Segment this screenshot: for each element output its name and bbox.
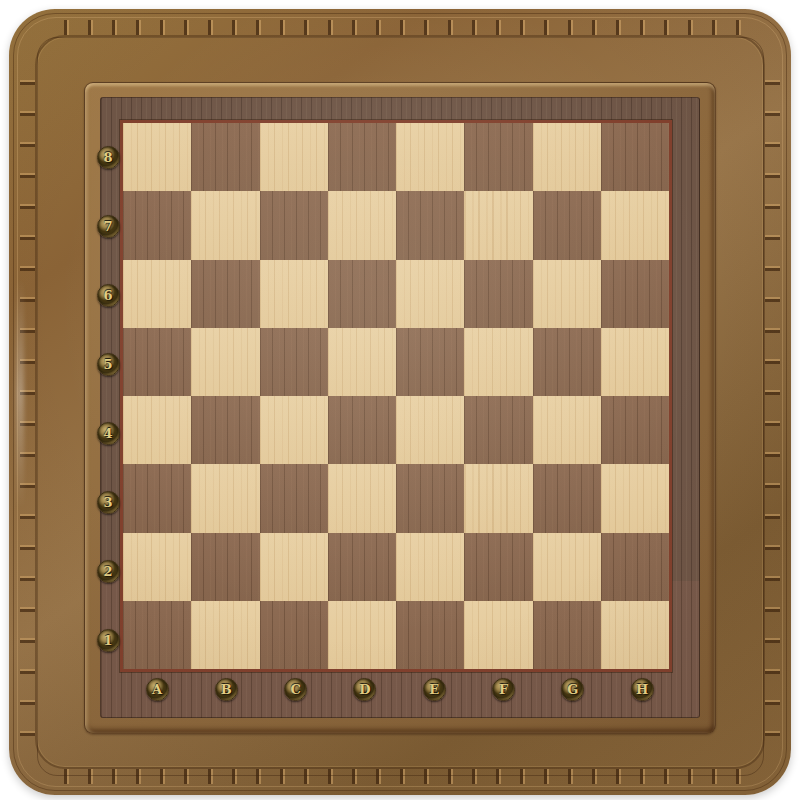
- light-glare: [16, 279, 24, 509]
- square-g8[interactable]: [533, 123, 601, 191]
- square-e5[interactable]: [396, 328, 464, 396]
- rank-medallion-3: 3: [97, 491, 120, 514]
- square-h5[interactable]: [601, 328, 669, 396]
- square-h1[interactable]: [601, 601, 669, 669]
- square-e3[interactable]: [396, 464, 464, 532]
- square-d7[interactable]: [328, 191, 396, 259]
- square-h3[interactable]: [601, 464, 669, 532]
- file-medallion-g: G: [561, 678, 584, 701]
- square-g2[interactable]: [533, 533, 601, 601]
- square-f8[interactable]: [464, 123, 532, 191]
- rank-medallion-2: 2: [97, 560, 120, 583]
- square-d1[interactable]: [328, 601, 396, 669]
- square-g3[interactable]: [533, 464, 601, 532]
- square-e1[interactable]: [396, 601, 464, 669]
- file-medallion-f: F: [492, 678, 515, 701]
- square-g5[interactable]: [533, 328, 601, 396]
- file-medallion-c: C: [284, 678, 307, 701]
- square-f2[interactable]: [464, 533, 532, 601]
- rank-medallion-4: 4: [97, 422, 120, 445]
- square-c3[interactable]: [260, 464, 328, 532]
- square-a2[interactable]: [123, 533, 191, 601]
- square-a3[interactable]: [123, 464, 191, 532]
- square-b1[interactable]: [191, 601, 259, 669]
- rank-medallion-1: 1: [97, 629, 120, 652]
- square-c1[interactable]: [260, 601, 328, 669]
- file-medallion-e: E: [423, 678, 446, 701]
- square-a1[interactable]: [123, 601, 191, 669]
- square-g4[interactable]: [533, 396, 601, 464]
- square-d5[interactable]: [328, 328, 396, 396]
- square-h6[interactable]: [601, 260, 669, 328]
- file-medallion-h: H: [631, 678, 654, 701]
- square-c4[interactable]: [260, 396, 328, 464]
- rank-medallion-7: 7: [97, 215, 120, 238]
- square-f1[interactable]: [464, 601, 532, 669]
- square-f7[interactable]: [464, 191, 532, 259]
- rank-medallion-6: 6: [97, 284, 120, 307]
- square-a7[interactable]: [123, 191, 191, 259]
- square-b3[interactable]: [191, 464, 259, 532]
- square-d8[interactable]: [328, 123, 396, 191]
- square-d3[interactable]: [328, 464, 396, 532]
- square-f4[interactable]: [464, 396, 532, 464]
- square-c6[interactable]: [260, 260, 328, 328]
- square-a4[interactable]: [123, 396, 191, 464]
- square-e4[interactable]: [396, 396, 464, 464]
- square-b5[interactable]: [191, 328, 259, 396]
- square-g6[interactable]: [533, 260, 601, 328]
- square-b4[interactable]: [191, 396, 259, 464]
- square-e2[interactable]: [396, 533, 464, 601]
- square-c7[interactable]: [260, 191, 328, 259]
- square-a8[interactable]: [123, 123, 191, 191]
- square-c5[interactable]: [260, 328, 328, 396]
- square-f6[interactable]: [464, 260, 532, 328]
- square-e7[interactable]: [396, 191, 464, 259]
- square-d6[interactable]: [328, 260, 396, 328]
- square-a6[interactable]: [123, 260, 191, 328]
- file-medallion-b: B: [215, 678, 238, 701]
- square-d4[interactable]: [328, 396, 396, 464]
- square-e6[interactable]: [396, 260, 464, 328]
- square-f3[interactable]: [464, 464, 532, 532]
- rank-medallion-5: 5: [97, 353, 120, 376]
- square-b6[interactable]: [191, 260, 259, 328]
- square-b8[interactable]: [191, 123, 259, 191]
- file-medallion-d: D: [353, 678, 376, 701]
- square-h2[interactable]: [601, 533, 669, 601]
- board-field: [120, 120, 672, 672]
- rank-medallion-8: 8: [97, 146, 120, 169]
- square-f5[interactable]: [464, 328, 532, 396]
- square-b2[interactable]: [191, 533, 259, 601]
- square-c2[interactable]: [260, 533, 328, 601]
- square-a5[interactable]: [123, 328, 191, 396]
- square-g7[interactable]: [533, 191, 601, 259]
- square-h8[interactable]: [601, 123, 669, 191]
- square-h7[interactable]: [601, 191, 669, 259]
- square-g1[interactable]: [533, 601, 601, 669]
- chess-board: 87654321ABCDEFGH: [9, 9, 791, 795]
- square-b7[interactable]: [191, 191, 259, 259]
- square-d2[interactable]: [328, 533, 396, 601]
- square-h4[interactable]: [601, 396, 669, 464]
- square-c8[interactable]: [260, 123, 328, 191]
- file-medallion-a: A: [146, 678, 169, 701]
- square-e8[interactable]: [396, 123, 464, 191]
